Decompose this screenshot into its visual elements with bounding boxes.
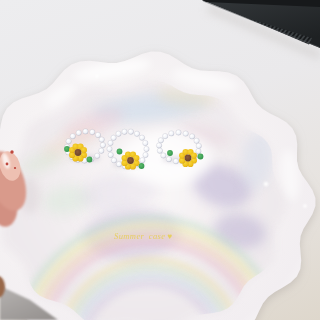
leaf-bead [87,157,93,163]
clear-bead [158,138,163,143]
clear-bead [108,152,113,157]
clear-bead [144,146,149,151]
clear-bead [143,152,148,157]
clear-bead [143,140,148,145]
bead-sparkle [67,140,69,142]
bead-sparkle [158,149,160,151]
sunflower-petal-bead [191,153,197,159]
bead-sparkle [174,160,176,162]
bead-sparkle [144,141,146,143]
sunflower-center-bead [75,149,82,156]
clear-bead [173,159,178,164]
clear-bead [166,157,171,162]
leaf-bead [198,154,204,160]
clear-bead [108,140,113,145]
clear-bead [111,135,116,140]
specular-glint [264,182,268,186]
photo-canvas [0,0,320,320]
clear-bead [157,148,162,153]
clear-bead [111,158,116,163]
clear-bead [183,131,188,136]
bead-sparkle [197,144,199,146]
clear-bead [122,129,127,134]
clear-bead [128,129,133,134]
clear-bead [189,134,194,139]
clear-bead [163,133,168,138]
photo-scene: Summer case♥ [0,0,320,320]
leaf-bead [64,146,70,152]
plate [0,52,315,320]
clear-bead [99,148,104,153]
sunflower-center-bead [185,155,192,162]
clear-bead [90,129,95,134]
clear-bead [139,135,144,140]
bead-sparkle [197,150,199,152]
leaf-bead [167,150,173,156]
bead-sparkle [159,139,161,141]
bead-sparkle [195,139,197,141]
bead-sparkle [123,130,125,132]
nail-art-dot [10,150,13,153]
bead-sparkle [144,153,146,155]
sunflower-petal-bead [81,147,87,153]
sunflower-center-bead [127,157,134,164]
clear-bead [107,146,112,151]
specular-glint [95,74,99,78]
bead-sparkle [109,141,111,143]
bead-sparkle [141,159,143,161]
bead-sparkle [84,130,86,132]
bead-sparkle [184,132,186,134]
clear-bead [140,158,145,163]
bead-sparkle [117,163,119,165]
sunflower-petal-bead [133,155,139,161]
bead-sparkle [129,130,131,132]
watermark: Summer case♥ [114,231,173,241]
clear-bead [116,162,121,167]
bead-sparkle [100,149,102,151]
clear-bead [194,138,199,143]
nail-art-dot [14,167,16,169]
bead-sparkle [100,138,102,140]
bead-sparkle [158,144,160,146]
bead-sparkle [162,154,164,156]
bead-sparkle [96,133,98,135]
bead-sparkle [191,135,193,137]
bead-sparkle [135,132,137,134]
leaf-bead [117,149,123,155]
bead-sparkle [109,153,111,155]
clear-bead [95,132,100,137]
clear-bead [83,129,88,134]
clear-bead [196,143,201,148]
bead-sparkle [112,136,114,138]
bead-sparkle [96,154,98,156]
bead-sparkle [140,136,142,138]
clear-bead [100,142,105,147]
bead-sparkle [91,130,93,132]
clear-bead [156,143,161,148]
clear-bead [116,131,121,136]
bead-sparkle [71,135,73,137]
heart-icon: ♥ [168,232,173,241]
specular-glint [303,204,307,208]
clear-bead [176,130,181,135]
bead-sparkle [170,132,172,134]
bead-sparkle [164,134,166,136]
bead-sparkle [167,158,169,160]
bead-sparkle [101,143,103,145]
clear-bead [70,134,75,139]
clear-bead [134,131,139,136]
clear-bead [161,153,166,158]
leaf-bead [139,163,145,169]
bead-sparkle [77,131,79,133]
bead-sparkle [108,147,110,149]
clear-bead [95,153,100,158]
bead-sparkle [112,159,114,161]
laptop-edge [202,0,320,56]
clear-bead [66,139,71,144]
clear-bead [99,137,104,142]
watermark-text: Summer case [114,231,166,241]
clear-bead [169,131,174,136]
bead-sparkle [117,132,119,134]
clear-bead [196,149,201,154]
bead-sparkle [177,131,179,133]
clear-bead [76,130,81,135]
nail-art-dot [6,163,9,166]
bead-sparkle [145,147,147,149]
